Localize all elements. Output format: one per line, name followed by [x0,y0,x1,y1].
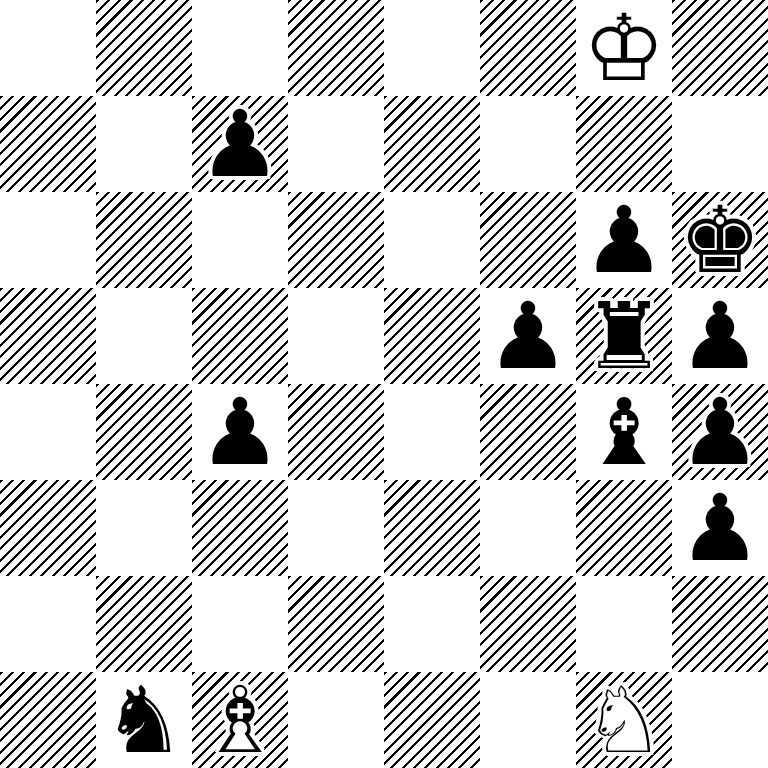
square-f6[interactable] [480,192,576,288]
square-g1[interactable]: ♞♘ [576,672,672,768]
square-g4[interactable]: ♝ [576,384,672,480]
square-g6[interactable]: ♟ [576,192,672,288]
square-a2[interactable] [0,576,96,672]
black-pawn-piece: ♟ [672,289,768,384]
white-king-piece: ♚♔ [576,1,672,96]
square-e2[interactable] [384,576,480,672]
square-f7[interactable] [480,96,576,192]
square-b3[interactable] [96,480,192,576]
white-bishop-piece: ♝♗ [192,673,288,768]
white-bishop-glyph: ♗ [192,673,288,768]
square-h7[interactable] [672,96,768,192]
square-h4[interactable]: ♟ [672,384,768,480]
square-h1[interactable] [672,672,768,768]
square-f2[interactable] [480,576,576,672]
square-h5[interactable]: ♟ [672,288,768,384]
square-f4[interactable] [480,384,576,480]
square-c2[interactable] [192,576,288,672]
square-c6[interactable] [192,192,288,288]
square-a4[interactable] [0,384,96,480]
square-c1[interactable]: ♝♗ [192,672,288,768]
white-knight-piece: ♞♘ [576,673,672,768]
square-a5[interactable] [0,288,96,384]
square-f3[interactable] [480,480,576,576]
square-d6[interactable] [288,192,384,288]
square-e4[interactable] [384,384,480,480]
square-e8[interactable] [384,0,480,96]
black-rook-piece: ♜ [576,289,672,384]
square-e5[interactable] [384,288,480,384]
square-d1[interactable] [288,672,384,768]
square-d4[interactable] [288,384,384,480]
square-c8[interactable] [192,0,288,96]
square-b2[interactable] [96,576,192,672]
black-pawn-piece: ♟ [672,385,768,480]
square-b7[interactable] [96,96,192,192]
black-pawn-piece: ♟ [192,97,288,192]
square-h6[interactable]: ♚ [672,192,768,288]
black-knight-piece: ♞ [96,673,192,768]
square-a8[interactable] [0,0,96,96]
black-bishop-piece: ♝ [576,385,672,480]
square-d5[interactable] [288,288,384,384]
square-g8[interactable]: ♚♔ [576,0,672,96]
square-a1[interactable] [0,672,96,768]
white-knight-glyph: ♘ [576,673,672,768]
square-g3[interactable] [576,480,672,576]
square-a6[interactable] [0,192,96,288]
square-a7[interactable] [0,96,96,192]
square-c4[interactable]: ♟ [192,384,288,480]
square-e6[interactable] [384,192,480,288]
square-b8[interactable] [96,0,192,96]
black-pawn-piece: ♟ [480,289,576,384]
square-e7[interactable] [384,96,480,192]
square-d7[interactable] [288,96,384,192]
square-b6[interactable] [96,192,192,288]
square-h2[interactable] [672,576,768,672]
square-d8[interactable] [288,0,384,96]
square-g5[interactable]: ♜ [576,288,672,384]
square-c5[interactable] [192,288,288,384]
square-c3[interactable] [192,480,288,576]
square-h8[interactable] [672,0,768,96]
square-f1[interactable] [480,672,576,768]
square-g2[interactable] [576,576,672,672]
square-b4[interactable] [96,384,192,480]
white-king-glyph: ♔ [576,1,672,96]
black-pawn-piece: ♟ [192,385,288,480]
square-e1[interactable] [384,672,480,768]
square-h3[interactable]: ♟ [672,480,768,576]
square-d3[interactable] [288,480,384,576]
square-d2[interactable] [288,576,384,672]
square-e3[interactable] [384,480,480,576]
square-f5[interactable]: ♟ [480,288,576,384]
square-b1[interactable]: ♞ [96,672,192,768]
chess-board: ♚♔♟♟♚♟♜♟♟♝♟♟♞♝♗♞♘ [0,0,768,768]
black-pawn-piece: ♟ [576,193,672,288]
square-c7[interactable]: ♟ [192,96,288,192]
black-king-piece: ♚ [672,193,768,288]
square-a3[interactable] [0,480,96,576]
black-pawn-piece: ♟ [672,481,768,576]
square-g7[interactable] [576,96,672,192]
square-b5[interactable] [96,288,192,384]
square-f8[interactable] [480,0,576,96]
